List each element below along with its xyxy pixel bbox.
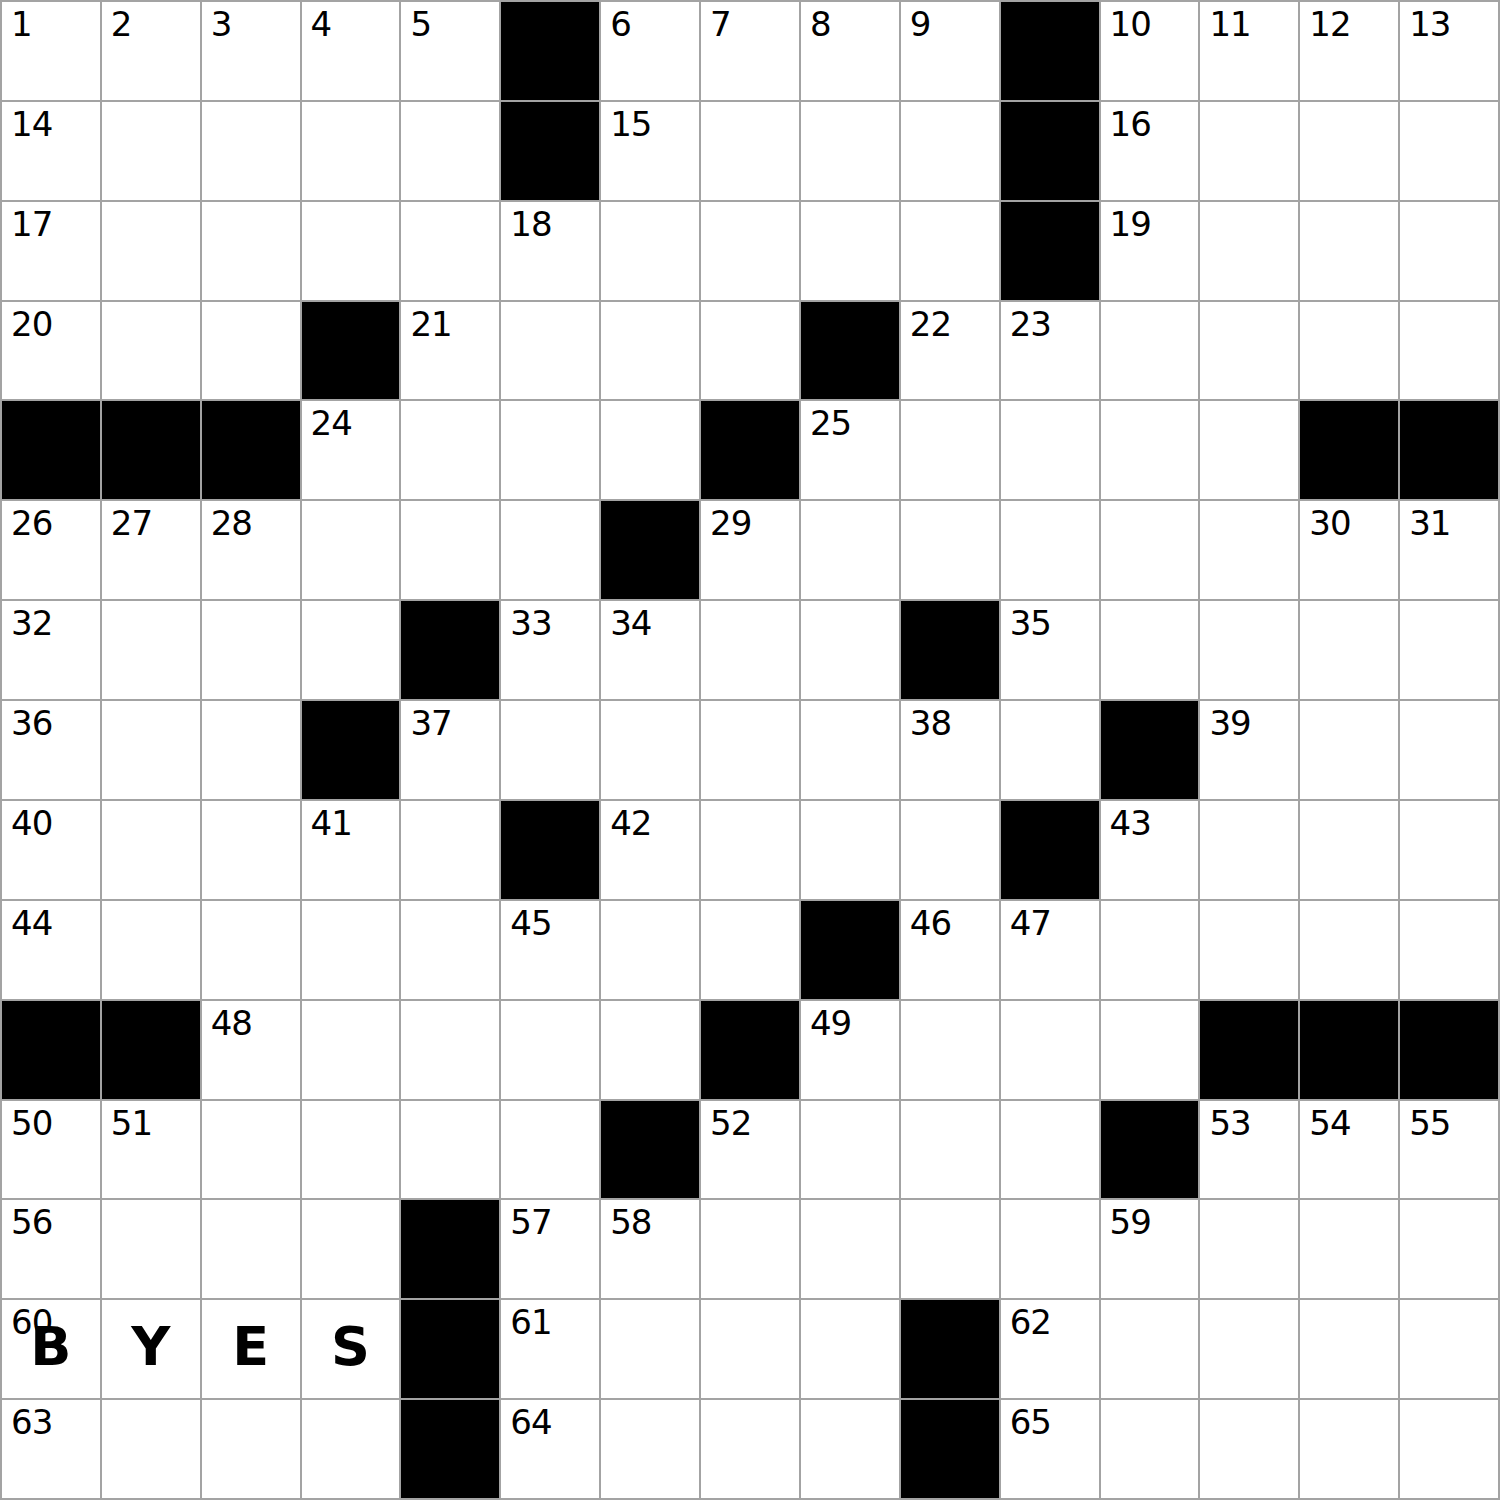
cell-r14c5[interactable]: 64 [501, 1400, 599, 1498]
cell-r9c7[interactable] [701, 901, 799, 999]
crossword-grid: 1234567891011121314151617181920212223242… [0, 0, 1500, 1500]
black-cell-r10c13 [1300, 1001, 1398, 1099]
clue-number: 29 [710, 506, 751, 540]
clue-number: 48 [211, 1006, 252, 1040]
black-cell-r13c4 [401, 1300, 499, 1398]
clue-number: 10 [1110, 7, 1151, 41]
black-cell-r11c6 [601, 1101, 699, 1199]
cell-r5c8[interactable] [801, 501, 899, 599]
clue-number: 31 [1409, 506, 1450, 540]
black-cell-r10c7 [701, 1001, 799, 1099]
cell-r5c3[interactable] [302, 501, 400, 599]
clue-number: 49 [810, 1006, 851, 1040]
cell-r4c10[interactable] [1001, 401, 1099, 499]
cell-r13c2[interactable]: E [202, 1300, 300, 1398]
clue-number: 54 [1309, 1106, 1350, 1140]
clue-number: 22 [910, 307, 951, 341]
cell-r12c8[interactable] [801, 1200, 899, 1298]
cell-r5c13[interactable]: 30 [1300, 501, 1398, 599]
cell-r8c8[interactable] [801, 801, 899, 899]
clue-number: 56 [11, 1205, 52, 1239]
cell-r8c6[interactable]: 42 [601, 801, 699, 899]
cell-r12c7[interactable] [701, 1200, 799, 1298]
cell-r7c12[interactable]: 39 [1200, 701, 1298, 799]
cell-r0c8[interactable]: 8 [801, 2, 899, 100]
cell-r7c1[interactable] [102, 701, 200, 799]
clue-number: 52 [710, 1106, 751, 1140]
cell-r14c12[interactable] [1200, 1400, 1298, 1498]
cell-r13c6[interactable] [601, 1300, 699, 1398]
clue-number: 59 [1110, 1205, 1151, 1239]
cell-r11c1[interactable]: 51 [102, 1101, 200, 1199]
clue-number: 30 [1309, 506, 1350, 540]
cell-r12c14[interactable] [1400, 1200, 1498, 1298]
cell-r12c9[interactable] [901, 1200, 999, 1298]
cell-r1c11[interactable]: 16 [1101, 102, 1199, 200]
clue-number: 34 [610, 606, 651, 640]
clue-number: 7 [710, 7, 731, 41]
cell-r2c4[interactable] [401, 202, 499, 300]
clue-number: 62 [1010, 1305, 1051, 1339]
cell-r1c7[interactable] [701, 102, 799, 200]
clue-number: 6 [610, 7, 631, 41]
cell-r7c10[interactable] [1001, 701, 1099, 799]
black-cell-r4c2 [202, 401, 300, 499]
clue-number: 58 [610, 1205, 651, 1239]
cell-r9c9[interactable]: 46 [901, 901, 999, 999]
cell-r6c11[interactable] [1101, 601, 1199, 699]
cell-r0c3[interactable]: 4 [302, 2, 400, 100]
cell-r1c6[interactable]: 15 [601, 102, 699, 200]
cell-r2c7[interactable] [701, 202, 799, 300]
clue-number: 63 [11, 1405, 52, 1439]
cell-r14c2[interactable] [202, 1400, 300, 1498]
cell-r14c13[interactable] [1300, 1400, 1398, 1498]
clue-number: 9 [910, 7, 931, 41]
clue-number: 39 [1209, 706, 1250, 740]
cell-r8c2[interactable] [202, 801, 300, 899]
cell-r6c13[interactable] [1300, 601, 1398, 699]
cell-r7c5[interactable] [501, 701, 599, 799]
cell-r2c3[interactable] [302, 202, 400, 300]
cell-r6c0[interactable]: 32 [2, 601, 100, 699]
cell-r8c12[interactable] [1200, 801, 1298, 899]
black-cell-r7c11 [1101, 701, 1199, 799]
cell-r1c2[interactable] [202, 102, 300, 200]
cell-r7c6[interactable] [601, 701, 699, 799]
cell-r0c1[interactable]: 2 [102, 2, 200, 100]
cell-r5c4[interactable] [401, 501, 499, 599]
clue-number: 35 [1010, 606, 1051, 640]
black-cell-r8c10 [1001, 801, 1099, 899]
cell-r8c3[interactable]: 41 [302, 801, 400, 899]
cell-r13c12[interactable] [1200, 1300, 1298, 1398]
cell-r7c4[interactable]: 37 [401, 701, 499, 799]
black-cell-r6c4 [401, 601, 499, 699]
cell-r10c4[interactable] [401, 1001, 499, 1099]
cell-r11c12[interactable]: 53 [1200, 1101, 1298, 1199]
clue-number: 53 [1209, 1106, 1250, 1140]
cell-r6c5[interactable]: 33 [501, 601, 599, 699]
cell-r4c5[interactable] [501, 401, 599, 499]
cell-r5c1[interactable]: 27 [102, 501, 200, 599]
cell-letter: S [302, 1320, 400, 1374]
black-cell-r0c5 [501, 2, 599, 100]
cell-r13c5[interactable]: 61 [501, 1300, 599, 1398]
cell-r5c14[interactable]: 31 [1400, 501, 1498, 599]
cell-r14c0[interactable]: 63 [2, 1400, 100, 1498]
cell-r7c14[interactable] [1400, 701, 1498, 799]
black-cell-r3c3 [302, 302, 400, 400]
cell-r5c0[interactable]: 26 [2, 501, 100, 599]
black-cell-r12c4 [401, 1200, 499, 1298]
black-cell-r1c5 [501, 102, 599, 200]
cell-r10c9[interactable] [901, 1001, 999, 1099]
cell-r10c5[interactable] [501, 1001, 599, 1099]
cell-r3c4[interactable]: 21 [401, 302, 499, 400]
cell-r12c3[interactable] [302, 1200, 400, 1298]
clue-number: 26 [11, 506, 52, 540]
cell-r11c2[interactable] [202, 1101, 300, 1199]
cell-r0c2[interactable]: 3 [202, 2, 300, 100]
clue-number: 43 [1110, 806, 1151, 840]
clue-number: 21 [410, 307, 451, 341]
cell-r5c12[interactable] [1200, 501, 1298, 599]
clue-number: 64 [510, 1405, 551, 1439]
cell-r11c14[interactable]: 55 [1400, 1101, 1498, 1199]
cell-r6c3[interactable] [302, 601, 400, 699]
cell-r3c13[interactable] [1300, 302, 1398, 400]
cell-r3c10[interactable]: 23 [1001, 302, 1099, 400]
cell-r8c0[interactable]: 40 [2, 801, 100, 899]
cell-r3c6[interactable] [601, 302, 699, 400]
black-cell-r7c3 [302, 701, 400, 799]
cell-r2c0[interactable]: 17 [2, 202, 100, 300]
black-cell-r10c14 [1400, 1001, 1498, 1099]
clue-number: 13 [1409, 7, 1450, 41]
cell-r3c9[interactable]: 22 [901, 302, 999, 400]
cell-r8c9[interactable] [901, 801, 999, 899]
cell-r13c7[interactable] [701, 1300, 799, 1398]
cell-r13c1[interactable]: Y [102, 1300, 200, 1398]
cell-r4c9[interactable] [901, 401, 999, 499]
cell-r9c13[interactable] [1300, 901, 1398, 999]
cell-r13c11[interactable] [1101, 1300, 1199, 1398]
cell-r12c1[interactable] [102, 1200, 200, 1298]
clue-number: 1 [11, 7, 32, 41]
clue-number: 50 [11, 1106, 52, 1140]
cell-r8c11[interactable]: 43 [1101, 801, 1199, 899]
cell-r9c1[interactable] [102, 901, 200, 999]
cell-r9c4[interactable] [401, 901, 499, 999]
cell-r3c0[interactable]: 20 [2, 302, 100, 400]
cell-letter: Y [102, 1320, 200, 1374]
clue-number: 47 [1010, 906, 1051, 940]
cell-r2c11[interactable]: 19 [1101, 202, 1199, 300]
cell-r12c0[interactable]: 56 [2, 1200, 100, 1298]
cell-r1c4[interactable] [401, 102, 499, 200]
cell-r12c10[interactable] [1001, 1200, 1099, 1298]
cell-r10c6[interactable] [601, 1001, 699, 1099]
cell-r5c5[interactable] [501, 501, 599, 599]
cell-r9c10[interactable]: 47 [1001, 901, 1099, 999]
cell-r7c2[interactable] [202, 701, 300, 799]
cell-r4c6[interactable] [601, 401, 699, 499]
cell-r5c11[interactable] [1101, 501, 1199, 599]
cell-r7c0[interactable]: 36 [2, 701, 100, 799]
cell-letter: B [2, 1320, 100, 1374]
cell-r7c13[interactable] [1300, 701, 1398, 799]
cell-r8c7[interactable] [701, 801, 799, 899]
cell-r4c3[interactable]: 24 [302, 401, 400, 499]
cell-r7c7[interactable] [701, 701, 799, 799]
black-cell-r9c8 [801, 901, 899, 999]
cell-r3c2[interactable] [202, 302, 300, 400]
cell-r6c1[interactable] [102, 601, 200, 699]
cell-r3c12[interactable] [1200, 302, 1298, 400]
cell-r12c11[interactable]: 59 [1101, 1200, 1199, 1298]
cell-r7c8[interactable] [801, 701, 899, 799]
cell-r12c2[interactable] [202, 1200, 300, 1298]
black-cell-r4c1 [102, 401, 200, 499]
cell-r10c10[interactable] [1001, 1001, 1099, 1099]
cell-r11c7[interactable]: 52 [701, 1101, 799, 1199]
cell-r9c3[interactable] [302, 901, 400, 999]
cell-r1c12[interactable] [1200, 102, 1298, 200]
clue-number: 11 [1209, 7, 1250, 41]
cell-letter: E [202, 1320, 300, 1374]
cell-r11c4[interactable] [401, 1101, 499, 1199]
cell-r5c9[interactable] [901, 501, 999, 599]
cell-r10c8[interactable]: 49 [801, 1001, 899, 1099]
cell-r6c2[interactable] [202, 601, 300, 699]
black-cell-r0c10 [1001, 2, 1099, 100]
cell-r2c1[interactable] [102, 202, 200, 300]
clue-number: 32 [11, 606, 52, 640]
cell-r1c9[interactable] [901, 102, 999, 200]
cell-r11c13[interactable]: 54 [1300, 1101, 1398, 1199]
clue-number: 28 [211, 506, 252, 540]
cell-r1c8[interactable] [801, 102, 899, 200]
cell-r6c8[interactable] [801, 601, 899, 699]
cell-r0c6[interactable]: 6 [601, 2, 699, 100]
clue-number: 14 [11, 107, 52, 141]
black-cell-r4c7 [701, 401, 799, 499]
cell-r9c2[interactable] [202, 901, 300, 999]
clue-number: 40 [11, 806, 52, 840]
clue-number: 18 [510, 207, 551, 241]
cell-r1c0[interactable]: 14 [2, 102, 100, 200]
cell-r7c9[interactable]: 38 [901, 701, 999, 799]
clue-number: 25 [810, 406, 851, 440]
clue-number: 55 [1409, 1106, 1450, 1140]
cell-r3c14[interactable] [1400, 302, 1498, 400]
cell-r13c14[interactable] [1400, 1300, 1498, 1398]
clue-number: 36 [11, 706, 52, 740]
black-cell-r10c1 [102, 1001, 200, 1099]
cell-r2c2[interactable] [202, 202, 300, 300]
black-cell-r1c10 [1001, 102, 1099, 200]
black-cell-r14c9 [901, 1400, 999, 1498]
clue-number: 42 [610, 806, 651, 840]
cell-r8c13[interactable] [1300, 801, 1398, 899]
clue-number: 57 [510, 1205, 551, 1239]
cell-r11c8[interactable] [801, 1101, 899, 1199]
black-cell-r2c10 [1001, 202, 1099, 300]
cell-r11c5[interactable] [501, 1101, 599, 1199]
cell-r0c11[interactable]: 10 [1101, 2, 1199, 100]
black-cell-r10c0 [2, 1001, 100, 1099]
cell-r3c11[interactable] [1101, 302, 1199, 400]
cell-r14c1[interactable] [102, 1400, 200, 1498]
clue-number: 61 [510, 1305, 551, 1339]
clue-number: 4 [311, 7, 332, 41]
black-cell-r10c12 [1200, 1001, 1298, 1099]
cell-r2c8[interactable] [801, 202, 899, 300]
clue-number: 3 [211, 7, 232, 41]
cell-r9c14[interactable] [1400, 901, 1498, 999]
cell-r0c13[interactable]: 12 [1300, 2, 1398, 100]
cell-r14c3[interactable] [302, 1400, 400, 1498]
cell-r2c14[interactable] [1400, 202, 1498, 300]
black-cell-r8c5 [501, 801, 599, 899]
cell-r13c0[interactable]: 60B [2, 1300, 100, 1398]
cell-r11c3[interactable] [302, 1101, 400, 1199]
cell-r6c7[interactable] [701, 601, 799, 699]
clue-number: 16 [1110, 107, 1151, 141]
cell-r14c10[interactable]: 65 [1001, 1400, 1099, 1498]
clue-number: 44 [11, 906, 52, 940]
cell-r13c8[interactable] [801, 1300, 899, 1398]
cell-r1c13[interactable] [1300, 102, 1398, 200]
black-cell-r4c13 [1300, 401, 1398, 499]
cell-r6c14[interactable] [1400, 601, 1498, 699]
cell-r5c7[interactable]: 29 [701, 501, 799, 599]
cell-r11c0[interactable]: 50 [2, 1101, 100, 1199]
clue-number: 15 [610, 107, 651, 141]
black-cell-r3c8 [801, 302, 899, 400]
clue-number: 41 [311, 806, 352, 840]
cell-r0c4[interactable]: 5 [401, 2, 499, 100]
clue-number: 8 [810, 7, 831, 41]
cell-r12c12[interactable] [1200, 1200, 1298, 1298]
cell-r2c13[interactable] [1300, 202, 1398, 300]
cell-r4c11[interactable] [1101, 401, 1199, 499]
cell-r9c5[interactable]: 45 [501, 901, 599, 999]
cell-r9c11[interactable] [1101, 901, 1199, 999]
clue-number: 65 [1010, 1405, 1051, 1439]
cell-r14c8[interactable] [801, 1400, 899, 1498]
cell-r1c1[interactable] [102, 102, 200, 200]
cell-r11c9[interactable] [901, 1101, 999, 1199]
cell-r2c9[interactable] [901, 202, 999, 300]
cell-r0c0[interactable]: 1 [2, 2, 100, 100]
cell-r10c11[interactable] [1101, 1001, 1199, 1099]
black-cell-r5c6 [601, 501, 699, 599]
clue-number: 33 [510, 606, 551, 640]
cell-r12c6[interactable]: 58 [601, 1200, 699, 1298]
cell-r2c6[interactable] [601, 202, 699, 300]
cell-r2c5[interactable]: 18 [501, 202, 599, 300]
cell-r14c11[interactable] [1101, 1400, 1199, 1498]
cell-r4c4[interactable] [401, 401, 499, 499]
black-cell-r4c14 [1400, 401, 1498, 499]
clue-number: 46 [910, 906, 951, 940]
clue-number: 2 [111, 7, 132, 41]
clue-number: 27 [111, 506, 152, 540]
cell-r14c7[interactable] [701, 1400, 799, 1498]
cell-r8c14[interactable] [1400, 801, 1498, 899]
clue-number: 45 [510, 906, 551, 940]
cell-r12c5[interactable]: 57 [501, 1200, 599, 1298]
black-cell-r11c11 [1101, 1101, 1199, 1199]
cell-r4c12[interactable] [1200, 401, 1298, 499]
clue-number: 24 [311, 406, 352, 440]
black-cell-r13c9 [901, 1300, 999, 1398]
black-cell-r14c4 [401, 1400, 499, 1498]
cell-r2c12[interactable] [1200, 202, 1298, 300]
cell-r3c5[interactable] [501, 302, 599, 400]
cell-r1c3[interactable] [302, 102, 400, 200]
cell-r13c10[interactable]: 62 [1001, 1300, 1099, 1398]
clue-number: 23 [1010, 307, 1051, 341]
clue-number: 19 [1110, 207, 1151, 241]
cell-r10c2[interactable]: 48 [202, 1001, 300, 1099]
cell-r10c3[interactable] [302, 1001, 400, 1099]
cell-r6c12[interactable] [1200, 601, 1298, 699]
cell-r0c9[interactable]: 9 [901, 2, 999, 100]
cell-r14c6[interactable] [601, 1400, 699, 1498]
cell-r8c4[interactable] [401, 801, 499, 899]
cell-r3c7[interactable] [701, 302, 799, 400]
cell-r6c6[interactable]: 34 [601, 601, 699, 699]
cell-r9c6[interactable] [601, 901, 699, 999]
cell-r0c7[interactable]: 7 [701, 2, 799, 100]
cell-r9c0[interactable]: 44 [2, 901, 100, 999]
cell-r1c14[interactable] [1400, 102, 1498, 200]
cell-r6c10[interactable]: 35 [1001, 601, 1099, 699]
cell-r13c13[interactable] [1300, 1300, 1398, 1398]
clue-number: 5 [410, 7, 431, 41]
cell-r12c13[interactable] [1300, 1200, 1398, 1298]
black-cell-r4c0 [2, 401, 100, 499]
cell-r5c10[interactable] [1001, 501, 1099, 599]
clue-number: 37 [410, 706, 451, 740]
clue-number: 38 [910, 706, 951, 740]
clue-number: 17 [11, 207, 52, 241]
black-cell-r6c9 [901, 601, 999, 699]
cell-r0c12[interactable]: 11 [1200, 2, 1298, 100]
cell-r8c1[interactable] [102, 801, 200, 899]
cell-r13c3[interactable]: S [302, 1300, 400, 1398]
cell-r3c1[interactable] [102, 302, 200, 400]
clue-number: 51 [111, 1106, 152, 1140]
cell-r9c12[interactable] [1200, 901, 1298, 999]
cell-r5c2[interactable]: 28 [202, 501, 300, 599]
cell-r11c10[interactable] [1001, 1101, 1099, 1199]
cell-r14c14[interactable] [1400, 1400, 1498, 1498]
cell-r4c8[interactable]: 25 [801, 401, 899, 499]
cell-r0c14[interactable]: 13 [1400, 2, 1498, 100]
clue-number: 20 [11, 307, 52, 341]
clue-number: 12 [1309, 7, 1350, 41]
